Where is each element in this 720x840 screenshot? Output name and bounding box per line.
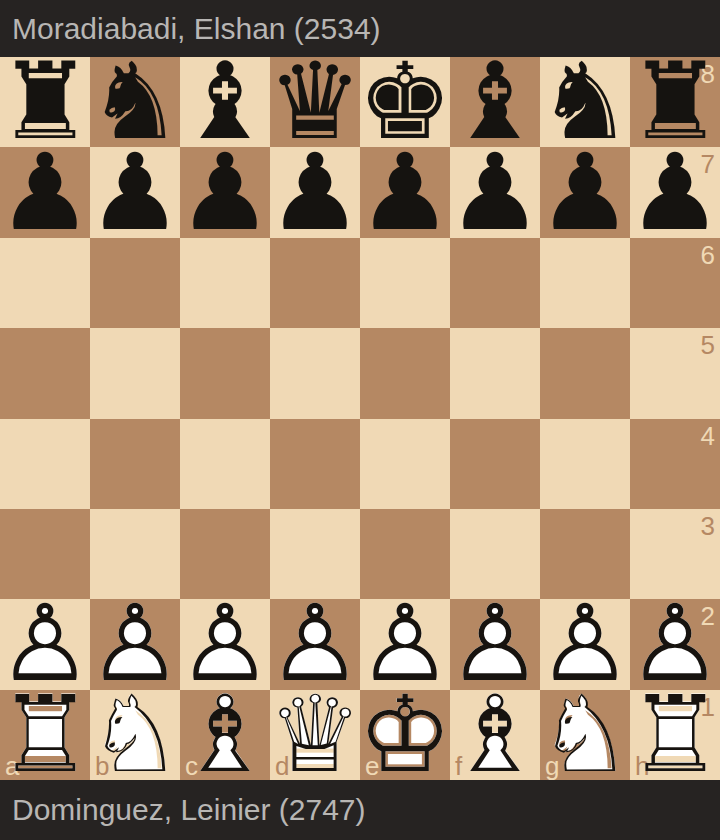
black-pawn[interactable]: ♟	[450, 147, 540, 237]
square-a4[interactable]	[0, 419, 90, 509]
piece-glyph: ♟	[90, 147, 180, 237]
square-c5[interactable]	[180, 328, 270, 418]
square-h5[interactable]: 5	[630, 328, 720, 418]
square-e4[interactable]	[360, 419, 450, 509]
square-d5[interactable]	[270, 328, 360, 418]
rank-label-3: 3	[701, 513, 715, 539]
square-f4[interactable]	[450, 419, 540, 509]
chess-board: ♜♞♝♛♚♝♞♜8♟♟♟♟♟♟♟♟76543♟♙♟♙♟♙♟♙♟♙♟♙♟♙♟♙2♜…	[0, 57, 720, 780]
square-e7[interactable]: ♟	[360, 147, 450, 237]
white-rook[interactable]: ♜♖	[0, 690, 90, 780]
square-b1[interactable]: ♞♘b	[90, 690, 180, 780]
white-queen[interactable]: ♛♕	[270, 690, 360, 780]
piece-outline-glyph: ♖	[630, 690, 720, 780]
square-h4[interactable]: 4	[630, 419, 720, 509]
square-f7[interactable]: ♟	[450, 147, 540, 237]
rank-label-5: 5	[701, 332, 715, 358]
square-g1[interactable]: ♞♘g	[540, 690, 630, 780]
white-knight[interactable]: ♞♘	[90, 690, 180, 780]
piece-outline-glyph: ♔	[360, 690, 450, 780]
piece-glyph: ♟	[180, 147, 270, 237]
white-king[interactable]: ♚♔	[360, 690, 450, 780]
white-rook[interactable]: ♜♖	[630, 690, 720, 780]
square-b7[interactable]: ♟	[90, 147, 180, 237]
piece-glyph: ♟	[630, 147, 720, 237]
piece-outline-glyph: ♗	[450, 690, 540, 780]
white-knight[interactable]: ♞♘	[540, 690, 630, 780]
square-e1[interactable]: ♚♔e	[360, 690, 450, 780]
white-bishop[interactable]: ♝♗	[180, 690, 270, 780]
black-pawn[interactable]: ♟	[90, 147, 180, 237]
square-c7[interactable]: ♟	[180, 147, 270, 237]
piece-outline-glyph: ♕	[270, 690, 360, 780]
player-name-bottom: Dominguez, Leinier (2747)	[12, 793, 366, 827]
piece-outline-glyph: ♘	[90, 690, 180, 780]
square-c4[interactable]	[180, 419, 270, 509]
chess-app: Moradiabadi, Elshan (2534) ♜♞♝♛♚♝♞♜8♟♟♟♟…	[0, 0, 720, 840]
square-h1[interactable]: ♜♖1h	[630, 690, 720, 780]
square-a1[interactable]: ♜♖a	[0, 690, 90, 780]
square-f5[interactable]	[450, 328, 540, 418]
piece-glyph: ♟	[540, 147, 630, 237]
square-g7[interactable]: ♟	[540, 147, 630, 237]
square-g4[interactable]	[540, 419, 630, 509]
piece-glyph: ♟	[0, 147, 90, 237]
piece-outline-glyph: ♗	[180, 690, 270, 780]
square-f1[interactable]: ♝♗f	[450, 690, 540, 780]
black-pawn[interactable]: ♟	[180, 147, 270, 237]
square-a5[interactable]	[0, 328, 90, 418]
black-pawn[interactable]: ♟	[360, 147, 450, 237]
piece-glyph: ♟	[360, 147, 450, 237]
piece-outline-glyph: ♖	[0, 690, 90, 780]
square-h7[interactable]: ♟7	[630, 147, 720, 237]
square-e5[interactable]	[360, 328, 450, 418]
square-a7[interactable]: ♟	[0, 147, 90, 237]
black-pawn[interactable]: ♟	[540, 147, 630, 237]
square-b5[interactable]	[90, 328, 180, 418]
square-g5[interactable]	[540, 328, 630, 418]
square-d4[interactable]	[270, 419, 360, 509]
black-pawn[interactable]: ♟	[630, 147, 720, 237]
rank-label-4: 4	[701, 423, 715, 449]
piece-glyph: ♟	[270, 147, 360, 237]
black-pawn[interactable]: ♟	[270, 147, 360, 237]
white-bishop[interactable]: ♝♗	[450, 690, 540, 780]
black-pawn[interactable]: ♟	[0, 147, 90, 237]
square-c1[interactable]: ♝♗c	[180, 690, 270, 780]
square-b4[interactable]	[90, 419, 180, 509]
piece-glyph: ♟	[450, 147, 540, 237]
square-d1[interactable]: ♛♕d	[270, 690, 360, 780]
square-d7[interactable]: ♟	[270, 147, 360, 237]
piece-outline-glyph: ♘	[540, 690, 630, 780]
